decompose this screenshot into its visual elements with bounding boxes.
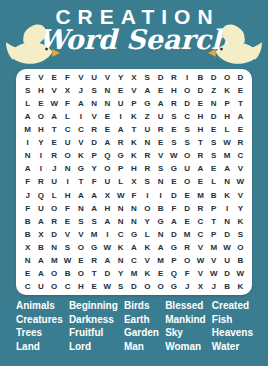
grid-cell[interactable]: E	[154, 267, 167, 280]
grid-cell[interactable]: R	[48, 149, 61, 162]
grid-cell[interactable]: C	[194, 228, 207, 241]
grid-cell[interactable]: W	[48, 97, 61, 110]
grid-cell[interactable]: T	[48, 123, 61, 136]
grid-cell[interactable]: K	[127, 149, 140, 162]
grid-cell[interactable]: I	[181, 71, 194, 84]
grid-cell[interactable]: D	[207, 110, 220, 123]
grid-cell[interactable]: L	[114, 175, 127, 188]
grid-cell[interactable]: I	[74, 110, 87, 123]
grid-cell[interactable]: X	[61, 84, 74, 97]
grid-cell[interactable]: P	[127, 97, 140, 110]
grid-cell[interactable]: M	[220, 149, 233, 162]
grid-cell[interactable]: D	[220, 228, 233, 241]
grid-cell[interactable]: S	[114, 280, 127, 293]
grid-cell[interactable]: E	[48, 136, 61, 149]
grid-cell[interactable]: X	[194, 280, 207, 293]
grid-cell[interactable]: N	[74, 202, 87, 215]
grid-cell[interactable]: P	[114, 162, 127, 175]
grid-cell[interactable]: E	[101, 123, 114, 136]
grid-cell[interactable]: R	[167, 71, 180, 84]
grid-cell[interactable]: U	[87, 71, 100, 84]
grid-cell[interactable]: D	[48, 228, 61, 241]
grid-cell[interactable]: M	[127, 267, 140, 280]
grid-cell[interactable]: A	[34, 267, 47, 280]
grid-cell[interactable]: R	[141, 149, 154, 162]
grid-cell[interactable]: I	[21, 136, 34, 149]
grid-cell[interactable]: C	[61, 280, 74, 293]
grid-cell[interactable]: B	[61, 267, 74, 280]
grid-cell[interactable]: U	[34, 280, 47, 293]
grid-cell[interactable]: U	[48, 175, 61, 188]
grid-cell[interactable]: H	[34, 84, 47, 97]
grid-cell[interactable]: H	[101, 202, 114, 215]
word-list-item: Lord	[69, 340, 118, 354]
grid-cell[interactable]: C	[21, 280, 34, 293]
word-list-column: BirdsEarthGardenMan	[124, 299, 159, 353]
grid-cell[interactable]: Y	[234, 202, 247, 215]
grid-cell[interactable]: E	[74, 254, 87, 267]
word-list-item: Created	[212, 299, 253, 313]
word-list-item: Mankind	[165, 313, 206, 327]
grid-cell[interactable]: I	[34, 162, 47, 175]
word-list-item: Woman	[165, 340, 206, 354]
grid-cell[interactable]: O	[74, 267, 87, 280]
grid-cell[interactable]: P	[207, 228, 220, 241]
grid-cell[interactable]: O	[141, 202, 154, 215]
grid-cell[interactable]: S	[181, 136, 194, 149]
grid-cell[interactable]: D	[167, 228, 180, 241]
grid-cell[interactable]: O	[141, 280, 154, 293]
grid-cell[interactable]: X	[101, 189, 114, 202]
grid-cell[interactable]: Q	[34, 189, 47, 202]
grid-cell[interactable]: O	[101, 162, 114, 175]
grid-cell[interactable]: V	[234, 189, 247, 202]
grid-cell[interactable]: U	[34, 202, 47, 215]
grid-cell[interactable]: W	[101, 280, 114, 293]
grid-cell[interactable]: A	[48, 110, 61, 123]
grid-cell[interactable]: X	[127, 175, 140, 188]
grid-cell[interactable]: N	[114, 202, 127, 215]
grid-cell[interactable]: R	[181, 241, 194, 254]
grid-cell[interactable]: N	[127, 202, 140, 215]
grid-cell[interactable]: L	[61, 110, 74, 123]
grid-cell[interactable]: N	[207, 97, 220, 110]
grid-cell[interactable]: A	[21, 110, 34, 123]
grid-cell[interactable]: O	[48, 280, 61, 293]
grid-cell[interactable]: O	[154, 280, 167, 293]
grid-cell[interactable]: A	[101, 254, 114, 267]
grid-cell[interactable]: G	[114, 149, 127, 162]
grid-cell[interactable]: E	[21, 267, 34, 280]
grid-cell[interactable]: D	[181, 97, 194, 110]
grid-cell[interactable]: V	[74, 228, 87, 241]
grid-cell[interactable]: W	[194, 254, 207, 267]
grid-cell[interactable]: E	[87, 280, 100, 293]
word-list-item: Birds	[124, 299, 159, 313]
grid-cell[interactable]: F	[181, 267, 194, 280]
grid-cell[interactable]: Y	[114, 71, 127, 84]
grid-cell[interactable]: A	[114, 123, 127, 136]
word-list-item: Fish	[212, 313, 253, 327]
grid-cell[interactable]: U	[141, 123, 154, 136]
grid-cell[interactable]: V	[207, 254, 220, 267]
grid-cell[interactable]: D	[167, 189, 180, 202]
grid-cell[interactable]: C	[74, 123, 87, 136]
grid-cell[interactable]: V	[141, 254, 154, 267]
grid-cell[interactable]: G	[87, 241, 100, 254]
grid-cell[interactable]: B	[220, 280, 233, 293]
grid-cell[interactable]: H	[74, 280, 87, 293]
grid-cell[interactable]: P	[87, 149, 100, 162]
grid-cell[interactable]: U	[154, 110, 167, 123]
grid-cell[interactable]: Y	[87, 162, 100, 175]
grid-cell[interactable]: P	[220, 97, 233, 110]
grid-cell[interactable]: S	[87, 84, 100, 97]
grid-cell[interactable]: O	[48, 267, 61, 280]
grid-cell[interactable]: G	[74, 162, 87, 175]
grid-cell[interactable]: S	[141, 71, 154, 84]
grid-cell[interactable]: A	[154, 241, 167, 254]
grid-cell[interactable]: N	[87, 97, 100, 110]
grid-cell[interactable]: F	[61, 97, 74, 110]
grid-cell[interactable]: N	[61, 162, 74, 175]
grid-cell[interactable]: A	[34, 215, 47, 228]
grid-cell[interactable]: F	[61, 202, 74, 215]
grid-cell[interactable]: W	[114, 189, 127, 202]
grid-cell[interactable]: R	[48, 215, 61, 228]
grid-cell[interactable]: O	[74, 241, 87, 254]
grid-cell[interactable]: M	[48, 254, 61, 267]
grid-cell[interactable]: N	[101, 97, 114, 110]
word-list-item: Creatures	[16, 313, 63, 327]
grid-cell[interactable]: K	[220, 189, 233, 202]
grid-cell[interactable]: Y	[141, 215, 154, 228]
grid-cell[interactable]: N	[154, 175, 167, 188]
grid-cell[interactable]: C	[194, 215, 207, 228]
grid-cell[interactable]: S	[181, 123, 194, 136]
word-list-item: Garden	[124, 326, 159, 340]
grid-cell[interactable]: A	[34, 254, 47, 267]
grid-cell[interactable]: N	[154, 228, 167, 241]
grid-cell[interactable]: S	[207, 149, 220, 162]
grid-cell[interactable]: C	[181, 110, 194, 123]
grid-cell[interactable]: J	[207, 280, 220, 293]
grid-cell[interactable]: T	[74, 175, 87, 188]
grid-cell[interactable]: E	[194, 97, 207, 110]
grid-cell[interactable]: N	[48, 241, 61, 254]
grid-cell[interactable]: Q	[101, 149, 114, 162]
grid-cell[interactable]: A	[127, 241, 140, 254]
grid-cell[interactable]: J	[21, 189, 34, 202]
grid-cell[interactable]: A	[87, 189, 100, 202]
grid-cell[interactable]: F	[21, 202, 34, 215]
grid-cell[interactable]: V	[127, 84, 140, 97]
grid-cell[interactable]: N	[114, 215, 127, 228]
word-list-item: Blessed	[165, 299, 206, 313]
grid-cell[interactable]: E	[234, 84, 247, 97]
grid-cell[interactable]: J	[74, 84, 87, 97]
grid-cell[interactable]: V	[194, 267, 207, 280]
grid-cell[interactable]: O	[48, 202, 61, 215]
grid-cell[interactable]: Q	[167, 267, 180, 280]
grid-cell[interactable]: A	[74, 189, 87, 202]
grid-cell[interactable]: A	[194, 162, 207, 175]
grid-cell[interactable]: T	[207, 215, 220, 228]
grid-cell[interactable]: E	[61, 215, 74, 228]
grid-cell[interactable]: F	[87, 175, 100, 188]
grid-cell[interactable]: C	[61, 123, 74, 136]
grid-cell[interactable]: A	[74, 97, 87, 110]
grid-cell[interactable]: V	[154, 149, 167, 162]
grid-cell[interactable]: R	[194, 202, 207, 215]
grid-cell[interactable]: K	[74, 149, 87, 162]
grid-cell[interactable]: X	[127, 71, 140, 84]
grid-cell[interactable]: O	[34, 110, 47, 123]
grid-cell[interactable]: G	[127, 228, 140, 241]
grid-cell[interactable]: E	[181, 215, 194, 228]
grid-cell[interactable]: T	[127, 123, 140, 136]
grid-cell[interactable]: N	[21, 149, 34, 162]
grid-cell[interactable]: S	[61, 241, 74, 254]
grid-cell[interactable]: G	[167, 162, 180, 175]
grid-cell[interactable]: O	[61, 149, 74, 162]
grid-cell[interactable]: S	[21, 84, 34, 97]
grid-cell[interactable]: N	[114, 254, 127, 267]
grid-cell[interactable]: R	[87, 254, 100, 267]
grid-cell[interactable]: Z	[141, 110, 154, 123]
grid-cell[interactable]: E	[181, 189, 194, 202]
grid-cell[interactable]: E	[234, 123, 247, 136]
grid-cell[interactable]: O	[181, 149, 194, 162]
grid-cell[interactable]: O	[181, 254, 194, 267]
grid-cell[interactable]: S	[87, 215, 100, 228]
grid-cell[interactable]: K	[127, 136, 140, 149]
grid-cell[interactable]: I	[220, 202, 233, 215]
grid-cell[interactable]: L	[48, 189, 61, 202]
word-list-column: AnimalsCreaturesTreesLand	[16, 299, 63, 353]
grid-cell[interactable]: A	[101, 136, 114, 149]
grid-cell[interactable]: L	[220, 123, 233, 136]
word-list-column: BlessedMankindSkyWoman	[165, 299, 206, 353]
grid-cell[interactable]: B	[234, 254, 247, 267]
grid-cell[interactable]: N	[21, 254, 34, 267]
grid-cell[interactable]: I	[61, 175, 74, 188]
grid-cell[interactable]: U	[114, 97, 127, 110]
grid-cell[interactable]: B	[154, 202, 167, 215]
grid-cell[interactable]: K	[127, 110, 140, 123]
grid-cell[interactable]: H	[194, 123, 207, 136]
grid-cell[interactable]: I	[34, 149, 47, 162]
grid-cell[interactable]: N	[127, 215, 140, 228]
grid-cell[interactable]: N	[101, 84, 114, 97]
grid-cell[interactable]: D	[101, 267, 114, 280]
grid-cell[interactable]: R	[154, 123, 167, 136]
grid-cell[interactable]: A	[220, 162, 233, 175]
grid-cell[interactable]: E	[101, 110, 114, 123]
grid-cell[interactable]: M	[87, 228, 100, 241]
grid-cell[interactable]: F	[21, 175, 34, 188]
grid-cell[interactable]: K	[234, 215, 247, 228]
word-list: AnimalsCreaturesTreesLandBeginningDarkne…	[16, 299, 253, 353]
grid-cell[interactable]: R	[167, 97, 180, 110]
grid-cell[interactable]: S	[141, 175, 154, 188]
grid-cell[interactable]: A	[101, 215, 114, 228]
grid-cell[interactable]: V	[74, 71, 87, 84]
grid-cell[interactable]: A	[141, 84, 154, 97]
grid-cell[interactable]: G	[167, 241, 180, 254]
grid-cell[interactable]: V	[48, 84, 61, 97]
grid-cell[interactable]: R	[34, 175, 47, 188]
grid-cell[interactable]: S	[154, 162, 167, 175]
grid-cell[interactable]: G	[141, 97, 154, 110]
grid-cell[interactable]: N	[141, 136, 154, 149]
grid-cell[interactable]: D	[181, 202, 194, 215]
grid-cell[interactable]: W	[207, 267, 220, 280]
grid-cell[interactable]: W	[101, 241, 114, 254]
grid-cell[interactable]: H	[167, 84, 180, 97]
grid-cell[interactable]: G	[167, 280, 180, 293]
grid-cell[interactable]: X	[21, 241, 34, 254]
grid-cell[interactable]: W	[220, 241, 233, 254]
grid-cell[interactable]: A	[234, 110, 247, 123]
grid-cell[interactable]: K	[234, 280, 247, 293]
grid-cell[interactable]: R	[87, 123, 100, 136]
grid-cell[interactable]: E	[167, 175, 180, 188]
grid-cell[interactable]: A	[21, 162, 34, 175]
grid-cell[interactable]: K	[141, 241, 154, 254]
grid-cell[interactable]: E	[154, 136, 167, 149]
grid-cell[interactable]: H	[61, 189, 74, 202]
grid-cell[interactable]: S	[74, 215, 87, 228]
grid-cell[interactable]: V	[234, 162, 247, 175]
grid-cell[interactable]: C	[127, 254, 140, 267]
grid-cell[interactable]: K	[220, 84, 233, 97]
grid-cell[interactable]: I	[101, 228, 114, 241]
grid-cell[interactable]: R	[141, 162, 154, 175]
grid-cell[interactable]: E	[207, 123, 220, 136]
grid-cell[interactable]: R	[234, 136, 247, 149]
grid-cell[interactable]: E	[167, 123, 180, 136]
grid-cell[interactable]: F	[167, 202, 180, 215]
grid-cell[interactable]: W	[234, 175, 247, 188]
grid-cell[interactable]: P	[167, 254, 180, 267]
grid-cell[interactable]: U	[61, 136, 74, 149]
grid-cell[interactable]: S	[167, 136, 180, 149]
grid-cell[interactable]: V	[87, 110, 100, 123]
grid-cell[interactable]: I	[114, 110, 127, 123]
grid-cell[interactable]: E	[207, 162, 220, 175]
grid-cell[interactable]: W	[220, 136, 233, 149]
grid-cell[interactable]: S	[167, 110, 180, 123]
grid-cell[interactable]: V	[74, 136, 87, 149]
grid-cell[interactable]: W	[167, 149, 180, 162]
grid-cell[interactable]: D	[87, 136, 100, 149]
grid-cell[interactable]: M	[207, 241, 220, 254]
word-list-item: Sky	[165, 326, 206, 340]
grid-cell[interactable]: B	[207, 189, 220, 202]
grid-cell[interactable]: I	[141, 189, 154, 202]
grid-cell[interactable]: E	[114, 84, 127, 97]
grid-cell[interactable]: H	[127, 162, 140, 175]
grid-cell[interactable]: D	[127, 280, 140, 293]
grid-cell[interactable]: L	[207, 175, 220, 188]
grid-cell[interactable]: N	[220, 175, 233, 188]
grid-cell[interactable]: G	[154, 215, 167, 228]
grid-cell[interactable]: K	[114, 241, 127, 254]
grid-cell[interactable]: R	[114, 136, 127, 149]
word-list-item: Beginning	[69, 299, 118, 313]
grid-cell[interactable]: E	[154, 84, 167, 97]
grid-cell[interactable]: W	[61, 254, 74, 267]
grid-cell[interactable]: D	[194, 84, 207, 97]
grid-cell[interactable]: V	[61, 228, 74, 241]
grid-cell[interactable]: A	[87, 202, 100, 215]
grid-cell[interactable]: M	[154, 254, 167, 267]
grid-cell[interactable]: W	[234, 267, 247, 280]
grid-cell[interactable]: F	[127, 189, 140, 202]
grid-cell[interactable]: A	[154, 97, 167, 110]
grid-cell[interactable]: N	[220, 215, 233, 228]
grid-cell[interactable]: A	[167, 215, 180, 228]
grid-cell[interactable]: B	[34, 241, 47, 254]
grid-cell[interactable]: U	[101, 175, 114, 188]
grid-cell[interactable]: K	[141, 267, 154, 280]
letter-grid: EVEFVUVYXSDRIBDODSHVXJSNEVAEHODZKELEWFAN…	[16, 69, 252, 295]
grid-cell[interactable]: V	[101, 71, 114, 84]
grid-cell[interactable]: X	[34, 228, 47, 241]
grid-cell[interactable]: B	[21, 228, 34, 241]
grid-cell[interactable]: H	[220, 110, 233, 123]
grid-cell[interactable]: J	[181, 280, 194, 293]
grid-cell[interactable]: D	[154, 71, 167, 84]
grid-cell[interactable]: L	[21, 97, 34, 110]
grid-cell[interactable]: M	[21, 123, 34, 136]
grid-cell[interactable]: H	[194, 110, 207, 123]
grid-cell[interactable]: V	[194, 241, 207, 254]
grid-cell[interactable]: O	[181, 84, 194, 97]
grid-cell[interactable]: T	[234, 97, 247, 110]
word-list-item: Trees	[16, 326, 63, 340]
grid-cell[interactable]: Z	[207, 84, 220, 97]
grid-cell[interactable]: L	[141, 228, 154, 241]
grid-cell[interactable]: P	[207, 202, 220, 215]
grid-cell[interactable]: R	[194, 149, 207, 162]
grid-cell[interactable]: S	[207, 136, 220, 149]
word-list-item: Darkness	[69, 313, 118, 327]
grid-cell[interactable]: I	[154, 189, 167, 202]
grid-cell[interactable]: E	[194, 175, 207, 188]
grid-cell[interactable]: U	[181, 162, 194, 175]
grid-cell[interactable]: M	[181, 228, 194, 241]
grid-cell[interactable]: J	[48, 162, 61, 175]
grid-cell[interactable]: D	[220, 267, 233, 280]
grid-cell[interactable]: O	[234, 241, 247, 254]
grid-cell[interactable]: C	[114, 228, 127, 241]
grid-cell[interactable]: B	[21, 215, 34, 228]
grid-cell[interactable]: T	[194, 136, 207, 149]
grid-cell[interactable]: H	[34, 123, 47, 136]
grid-cell[interactable]: O	[181, 175, 194, 188]
grid-cell[interactable]: C	[234, 149, 247, 162]
grid-cell[interactable]: U	[220, 254, 233, 267]
grid-cell[interactable]: Y	[34, 136, 47, 149]
word-list-item: Man	[124, 340, 159, 354]
grid-cell[interactable]: T	[87, 267, 100, 280]
grid-cell[interactable]: Y	[114, 267, 127, 280]
grid-cell[interactable]: S	[234, 228, 247, 241]
grid-cell[interactable]: M	[194, 189, 207, 202]
grid-cell[interactable]: E	[34, 97, 47, 110]
